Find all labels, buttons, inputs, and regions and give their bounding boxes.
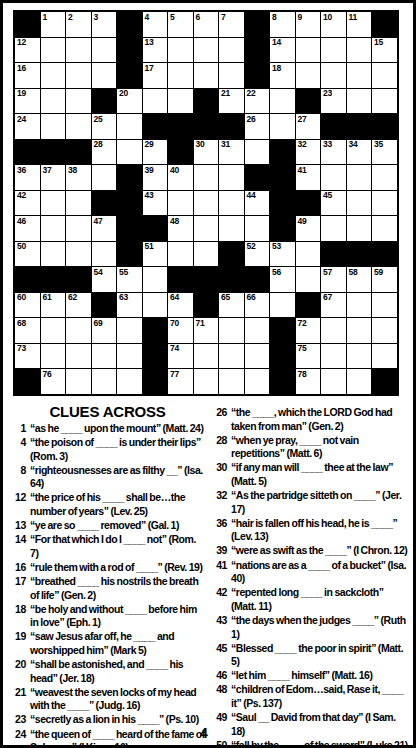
grid-cell[interactable]: 55 [117,267,142,292]
grid-cell[interactable] [321,369,346,394]
grid-cell[interactable] [245,318,270,343]
grid-cell[interactable] [66,344,91,369]
grid-cell[interactable]: 3 [92,12,117,37]
grid-cell-black [372,242,397,267]
page-number: 4 [3,725,405,741]
cell-number: 53 [272,242,281,251]
grid-cell[interactable]: 45 [321,191,346,216]
grid-cell[interactable] [296,242,321,267]
grid-cell[interactable] [372,216,397,241]
grid-cell[interactable]: 29 [143,140,168,165]
grid-cell[interactable]: 58 [347,267,372,292]
grid-cell[interactable]: 26 [245,114,270,139]
cell-number: 39 [145,166,154,175]
cell-number: 37 [43,166,52,175]
grid-cell[interactable] [270,89,295,114]
cell-number: 7 [221,13,225,22]
grid-cell-black [372,114,397,139]
grid-cell[interactable] [347,191,372,216]
clue-text: “if any man will ____ thee at the law” (… [231,461,409,488]
clue-number: 36 [210,517,231,544]
grid-cell[interactable]: 20 [117,89,142,114]
grid-cell-black [321,242,346,267]
clue-item: 21“weavest the seven locks of my head wi… [9,686,206,713]
clues-section: CLUES ACROSS 1“as he ____ upon the mount… [9,401,409,748]
grid-cell[interactable] [194,63,219,88]
grid-cell-black [117,12,142,37]
grid-cell[interactable] [41,344,66,369]
cell-number: 50 [17,242,26,251]
grid-cell[interactable] [168,242,193,267]
grid-cell-black [372,12,397,37]
grid-cell[interactable] [321,63,346,88]
grid-cell[interactable]: 49 [296,216,321,241]
grid-cell[interactable] [143,89,168,114]
grid-cell[interactable] [117,114,142,139]
clue-item: 20“shall be astonished, and ____ his hea… [9,658,206,685]
grid-cell[interactable] [92,38,117,63]
grid-cell[interactable] [245,369,270,394]
grid-cell[interactable] [194,38,219,63]
clue-item: 14“For that which I do I ____ not” (Rom.… [9,533,206,560]
cell-number: 69 [94,319,103,328]
grid-cell[interactable]: 72 [296,318,321,343]
clue-number: 18 [9,603,30,630]
grid-cell-black [245,63,270,88]
grid-cell-black [92,293,117,318]
grid-cell[interactable] [41,38,66,63]
grid-cell[interactable]: 42 [15,191,40,216]
clues-column-left: CLUES ACROSS 1“as he ____ upon the mount… [9,401,206,748]
cell-number: 47 [94,217,103,226]
grid-cell[interactable]: 15 [372,38,397,63]
clue-item: 30“if any man will ____ thee at the law”… [210,461,409,488]
grid-cell[interactable] [66,38,91,63]
grid-cell[interactable]: 11 [347,12,372,37]
grid-cell[interactable]: 50 [15,242,40,267]
grid-cell-black [296,191,321,216]
grid-cell[interactable]: 1 [41,12,66,37]
grid-cell-black [270,369,295,394]
cell-number: 12 [17,38,26,47]
grid-cell[interactable] [270,293,295,318]
clue-item: 1“as he ____ upon the mount” (Matt. 24) [9,422,206,436]
clue-number: 16 [9,561,30,575]
grid-cell[interactable]: 75 [296,344,321,369]
cell-number: 27 [298,115,307,124]
clue-number: 19 [9,630,30,657]
grid-cell[interactable]: 16 [15,63,40,88]
grid-cell[interactable]: 53 [270,242,295,267]
grid-cell[interactable] [92,242,117,267]
grid-cell[interactable] [372,63,397,88]
grid-cell[interactable]: 12 [15,38,40,63]
grid-cell[interactable] [347,318,372,343]
grid-cell-black [15,140,40,165]
clue-text: “breathed ____ his nostrils the breath o… [30,575,206,602]
clue-text: “let him ____ himself” (Matt. 16) [231,669,409,683]
clue-text: “children of Edom…said, Rase it, ____ it… [231,683,409,710]
grid-cell[interactable] [66,369,91,394]
clue-text: “ye are so ____ removed” (Gal. 1) [30,519,206,533]
cell-number: 8 [272,13,276,22]
clue-text: “when ye pray, ____ not vain repetitions… [231,434,409,461]
cell-number: 57 [323,268,332,277]
grid-cell[interactable]: 30 [194,140,219,165]
grid-cell-black [245,165,270,190]
grid-cell[interactable]: 47 [92,216,117,241]
grid-cell[interactable] [296,267,321,292]
cell-number: 67 [323,293,332,302]
grid-cell[interactable] [372,165,397,190]
grid-cell[interactable] [245,140,270,165]
cell-number: 41 [298,166,307,175]
grid-cell[interactable]: 71 [194,318,219,343]
cell-number: 70 [170,319,179,328]
cell-number: 38 [68,166,77,175]
grid-cell[interactable]: 19 [15,89,40,114]
grid-cell[interactable] [372,344,397,369]
cell-number: 23 [323,89,332,98]
grid-cell-black [321,114,346,139]
grid-cell-black [92,191,117,216]
grid-cell[interactable]: 37 [41,165,66,190]
cell-number: 56 [272,268,281,277]
grid-cell[interactable] [143,293,168,318]
clue-item: 19“saw Jesus afar off, he ____ and worsh… [9,630,206,657]
clue-item: 13“ye are so ____ removed” (Gal. 1) [9,519,206,533]
cell-number: 72 [298,319,307,328]
grid-cell[interactable]: 21 [219,89,244,114]
clue-item: 16“rule them with a rod of ____” (Rev. 1… [9,561,206,575]
grid-cell[interactable]: 57 [321,267,346,292]
cell-number: 65 [221,293,230,302]
grid-cell[interactable]: 76 [41,369,66,394]
grid-cell[interactable] [219,216,244,241]
clue-text: “hair is fallen off his head, he is ____… [231,517,409,544]
grid-cell[interactable]: 69 [92,318,117,343]
clue-item: 17“breathed ____ his nostrils the breath… [9,575,206,602]
cell-number: 44 [247,191,256,200]
grid-cell[interactable] [66,216,91,241]
clue-text: “As the partridge sitteth on ____” (Jer.… [231,489,409,516]
cell-number: 45 [323,191,332,200]
grid-cell[interactable]: 54 [92,267,117,292]
grid-cell[interactable]: 14 [270,38,295,63]
clue-number: 8 [9,464,30,491]
grid-cell[interactable]: 78 [296,369,321,394]
cell-number: 35 [374,140,383,149]
cell-number: 54 [94,268,103,277]
grid-cell[interactable] [117,140,142,165]
cell-number: 40 [170,166,179,175]
grid-cell[interactable] [143,267,168,292]
grid-cell[interactable]: 32 [296,140,321,165]
grid-cell[interactable] [66,191,91,216]
grid-cell[interactable]: 31 [219,140,244,165]
grid-cell[interactable] [321,216,346,241]
grid-cell[interactable] [321,344,346,369]
grid-cell[interactable] [245,216,270,241]
grid-cell[interactable] [66,114,91,139]
grid-cell[interactable]: 10 [321,12,346,37]
grid-cell[interactable] [117,369,142,394]
clue-item: 42“repented long ____ in sackcloth” (Mat… [210,586,409,613]
grid-cell[interactable]: 17 [143,63,168,88]
grid-cell-black [270,191,295,216]
grid-cell[interactable]: 27 [296,114,321,139]
clue-text: “saw Jesus afar off, he ____ and worship… [30,630,206,657]
grid-cell-black [143,114,168,139]
grid-cell[interactable] [168,89,193,114]
cell-number: 33 [323,140,332,149]
clue-number: 13 [9,519,30,533]
grid-cell-black [372,369,397,394]
grid-cell-black [117,191,142,216]
grid-cell[interactable]: 64 [168,293,193,318]
grid-cell-black [270,216,295,241]
cell-number: 55 [119,268,128,277]
grid-cell[interactable] [66,89,91,114]
grid-cell[interactable] [347,344,372,369]
clue-number: 21 [9,686,30,713]
grid-cell[interactable]: 28 [92,140,117,165]
cell-number: 71 [196,319,205,328]
grid-cell-black [245,267,270,292]
grid-cell[interactable] [219,318,244,343]
grid-cell[interactable]: 40 [168,165,193,190]
clues-column-right: 26“the ____, which the LORD God had take… [210,401,409,748]
grid-cell[interactable] [219,344,244,369]
clue-number: 28 [210,434,231,461]
cell-number: 42 [17,191,26,200]
grid-cell[interactable] [92,165,117,190]
grid-cell[interactable]: 41 [296,165,321,190]
grid-cell[interactable]: 9 [296,12,321,37]
grid-cell[interactable]: 59 [372,267,397,292]
grid-cell-black [143,216,168,241]
grid-cell[interactable]: 35 [372,140,397,165]
grid-cell[interactable] [168,191,193,216]
grid-cell[interactable]: 2 [66,12,91,37]
clue-item: 12“the price of his ____ shall be…the nu… [9,491,206,518]
grid-cell[interactable] [194,242,219,267]
grid-cell[interactable]: 68 [15,318,40,343]
grid-cell[interactable] [347,38,372,63]
grid-cell-black [245,12,270,37]
cell-number: 20 [119,89,128,98]
grid-cell[interactable]: 39 [143,165,168,190]
grid-cell-black [15,12,40,37]
cell-number: 19 [17,89,26,98]
clue-number: 1 [9,422,30,436]
grid-cell[interactable]: 18 [270,63,295,88]
clue-number: 45 [210,642,231,669]
grid-cell-black [168,140,193,165]
grid-cell[interactable] [347,165,372,190]
clue-number: 17 [9,575,30,602]
grid-cell[interactable] [168,63,193,88]
grid-cell[interactable] [92,369,117,394]
cell-number: 49 [298,217,307,226]
grid-cell[interactable] [66,63,91,88]
grid-cell[interactable] [41,318,66,343]
grid-cell[interactable]: 25 [92,114,117,139]
clue-number: 30 [210,461,231,488]
grid-cell[interactable]: 56 [270,267,295,292]
grid-cell-black [117,242,142,267]
grid-cell-black [245,38,270,63]
grid-cell-black [219,267,244,292]
grid-cell-black [143,369,168,394]
grid-cell[interactable] [41,114,66,139]
crossword-grid: 1234567891011121314151617181920212223242… [13,10,399,396]
clue-number: 4 [9,436,30,463]
grid-cell-black [194,89,219,114]
grid-cell[interactable] [347,63,372,88]
grid-cell-black [168,114,193,139]
grid-cell[interactable]: 77 [168,369,193,394]
grid-cell[interactable] [347,369,372,394]
grid-cell[interactable] [321,38,346,63]
grid-cell[interactable]: 13 [143,38,168,63]
grid-cell[interactable] [41,63,66,88]
grid-cell[interactable] [321,318,346,343]
grid-cell-black [194,114,219,139]
clue-item: 26“the ____, which the LORD God had take… [210,406,409,433]
grid-cell[interactable]: 66 [245,293,270,318]
grid-cell[interactable] [321,165,346,190]
grid-cell[interactable] [41,89,66,114]
grid-cell[interactable]: 70 [168,318,193,343]
grid-cell[interactable]: 8 [270,12,295,37]
grid-cell[interactable] [66,242,91,267]
grid-cell[interactable] [194,216,219,241]
cell-number: 16 [17,64,26,73]
grid-cell[interactable] [296,63,321,88]
cell-number: 18 [272,64,281,73]
cell-number: 30 [196,140,205,149]
clue-text: “righteousnesses are as filthy __” (Isa.… [30,464,206,491]
cell-number: 60 [17,293,26,302]
grid-cell-black [66,140,91,165]
grid-cell-black [347,242,372,267]
grid-cell[interactable]: 67 [321,293,346,318]
cell-number: 62 [68,293,77,302]
grid-cell[interactable]: 23 [321,89,346,114]
grid-cell[interactable] [117,318,142,343]
grid-cell[interactable]: 24 [15,114,40,139]
grid-cell[interactable] [117,344,142,369]
clue-item: 45“Blessed ____ the poor in spirit” (Mat… [210,642,409,669]
grid-cell-black [41,140,66,165]
grid-cell[interactable] [66,318,91,343]
grid-cell[interactable]: 52 [245,242,270,267]
cell-number: 34 [349,140,358,149]
grid-cell[interactable] [194,165,219,190]
grid-cell[interactable]: 63 [117,293,142,318]
grid-cell[interactable] [219,38,244,63]
grid-cell[interactable]: 60 [15,293,40,318]
grid-cell[interactable] [41,242,66,267]
clue-text: “the ____, which the LORD God had taken … [231,406,409,433]
grid-cell[interactable] [347,293,372,318]
grid-cell[interactable] [372,318,397,343]
grid-cell[interactable] [194,369,219,394]
grid-cell[interactable]: 44 [245,191,270,216]
grid-cell[interactable] [194,344,219,369]
cell-number: 61 [43,293,52,302]
cell-number: 77 [170,370,179,379]
grid-cell[interactable] [219,191,244,216]
clue-item: 28“when ye pray, ____ not vain repetitio… [210,434,409,461]
clue-text: “as he ____ upon the mount” (Matt. 24) [30,422,206,436]
cell-number: 9 [298,13,302,22]
grid-cell[interactable]: 73 [15,344,40,369]
grid-cell[interactable] [372,89,397,114]
clue-text: “rule them with a rod of ____” (Rev. 19) [30,561,206,575]
grid-cell[interactable]: 38 [66,165,91,190]
grid-cell[interactable] [194,191,219,216]
grid-cell-black [41,267,66,292]
grid-cell[interactable]: 62 [66,293,91,318]
grid-cell[interactable]: 36 [15,165,40,190]
grid-cell[interactable] [270,114,295,139]
clue-item: 32“As the partridge sitteth on ____” (Je… [210,489,409,516]
grid-cell[interactable]: 22 [245,89,270,114]
grid-cell[interactable]: 33 [321,140,346,165]
grid-cell-black [296,293,321,318]
grid-cell[interactable] [219,165,244,190]
grid-cell[interactable]: 5 [168,12,193,37]
grid-cell[interactable]: 43 [143,191,168,216]
grid-cell[interactable] [372,191,397,216]
grid-cell[interactable]: 65 [219,293,244,318]
grid-cell[interactable] [92,344,117,369]
grid-cell[interactable]: 6 [194,12,219,37]
grid-cell[interactable] [219,369,244,394]
grid-cell[interactable]: 74 [168,344,193,369]
grid-cell[interactable]: 46 [15,216,40,241]
grid-cell[interactable] [41,216,66,241]
grid-cell-black [117,38,142,63]
grid-cell[interactable]: 34 [347,140,372,165]
grid-cell[interactable] [372,293,397,318]
clue-text: “weavest the seven locks of my head with… [30,686,206,713]
grid-cell[interactable]: 4 [143,12,168,37]
grid-cell[interactable] [347,89,372,114]
cell-number: 24 [17,115,26,124]
grid-cell[interactable] [245,344,270,369]
grid-cell[interactable] [296,38,321,63]
grid-cell[interactable] [219,63,244,88]
grid-cell-black [15,267,40,292]
grid-cell[interactable]: 61 [41,293,66,318]
grid-cell[interactable]: 48 [168,216,193,241]
grid-cell-black [15,369,40,394]
grid-cell[interactable] [92,63,117,88]
cell-number: 14 [272,38,281,47]
grid-cell[interactable]: 7 [219,12,244,37]
grid-cell[interactable] [41,191,66,216]
grid-cell[interactable] [168,38,193,63]
cell-number: 1 [43,13,47,22]
grid-cell[interactable]: 51 [143,242,168,267]
grid-cell-black [270,140,295,165]
grid-cell[interactable] [347,216,372,241]
cell-number: 51 [145,242,154,251]
clues-across-title: CLUES ACROSS [9,403,206,420]
